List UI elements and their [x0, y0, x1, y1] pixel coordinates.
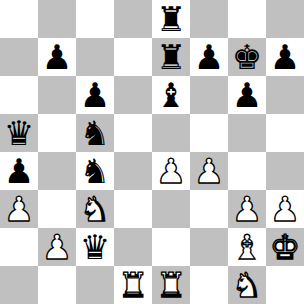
- black-knight-icon: ♞: [80, 152, 110, 190]
- white-pawn-icon: ♟: [4, 190, 34, 228]
- square-a4[interactable]: ♟: [0, 152, 38, 190]
- white-rook-icon: ♜: [156, 266, 186, 304]
- white-pawn-icon: ♟: [270, 190, 300, 228]
- square-d6[interactable]: [114, 76, 152, 114]
- black-knight-icon: ♞: [80, 114, 110, 152]
- square-a7[interactable]: [0, 38, 38, 76]
- square-b6[interactable]: [38, 76, 76, 114]
- black-pawn-icon: ♟: [80, 76, 110, 114]
- black-pawn-icon: ♟: [194, 38, 224, 76]
- square-h5[interactable]: [266, 114, 304, 152]
- square-d4[interactable]: [114, 152, 152, 190]
- black-king-icon: ♚: [232, 38, 262, 76]
- square-a5[interactable]: ♛: [0, 114, 38, 152]
- square-h4[interactable]: [266, 152, 304, 190]
- chess-board: ♜♟♜♟♚♟♟♝♟♛♞♟♞♟♟♟♞♟♟♟♛♝♚♜♜♞: [0, 0, 304, 304]
- square-c2[interactable]: ♛: [76, 228, 114, 266]
- square-f1[interactable]: [190, 266, 228, 304]
- square-f6[interactable]: [190, 76, 228, 114]
- square-e5[interactable]: [152, 114, 190, 152]
- square-g4[interactable]: [228, 152, 266, 190]
- square-g5[interactable]: [228, 114, 266, 152]
- black-bishop-icon: ♝: [156, 76, 186, 114]
- black-queen-icon: ♛: [4, 114, 34, 152]
- square-c7[interactable]: [76, 38, 114, 76]
- square-h3[interactable]: ♟: [266, 190, 304, 228]
- square-b3[interactable]: [38, 190, 76, 228]
- square-d8[interactable]: [114, 0, 152, 38]
- black-pawn-icon: ♟: [42, 38, 72, 76]
- square-a1[interactable]: [0, 266, 38, 304]
- square-e1[interactable]: ♜: [152, 266, 190, 304]
- square-f3[interactable]: [190, 190, 228, 228]
- square-b2[interactable]: ♟: [38, 228, 76, 266]
- black-rook-icon: ♜: [156, 0, 186, 38]
- square-d1[interactable]: ♜: [114, 266, 152, 304]
- white-bishop-icon: ♝: [232, 228, 262, 266]
- black-pawn-icon: ♟: [270, 38, 300, 76]
- square-f8[interactable]: [190, 0, 228, 38]
- white-king-icon: ♚: [270, 228, 300, 266]
- square-c4[interactable]: ♞: [76, 152, 114, 190]
- square-g3[interactable]: ♟: [228, 190, 266, 228]
- square-d2[interactable]: [114, 228, 152, 266]
- square-h2[interactable]: ♚: [266, 228, 304, 266]
- white-pawn-icon: ♟: [194, 152, 224, 190]
- square-g8[interactable]: [228, 0, 266, 38]
- square-f2[interactable]: [190, 228, 228, 266]
- square-g7[interactable]: ♚: [228, 38, 266, 76]
- square-d5[interactable]: [114, 114, 152, 152]
- square-b8[interactable]: [38, 0, 76, 38]
- white-knight-icon: ♞: [80, 190, 110, 228]
- square-g1[interactable]: ♞: [228, 266, 266, 304]
- square-h7[interactable]: ♟: [266, 38, 304, 76]
- square-b5[interactable]: [38, 114, 76, 152]
- square-b7[interactable]: ♟: [38, 38, 76, 76]
- square-e8[interactable]: ♜: [152, 0, 190, 38]
- square-g2[interactable]: ♝: [228, 228, 266, 266]
- white-knight-icon: ♞: [232, 266, 262, 304]
- square-a8[interactable]: [0, 0, 38, 38]
- square-a6[interactable]: [0, 76, 38, 114]
- black-pawn-icon: ♟: [232, 76, 262, 114]
- black-queen-icon: ♛: [80, 228, 110, 266]
- white-rook-icon: ♜: [118, 266, 148, 304]
- white-pawn-icon: ♟: [232, 190, 262, 228]
- black-pawn-icon: ♟: [4, 152, 34, 190]
- square-a3[interactable]: ♟: [0, 190, 38, 228]
- square-c1[interactable]: [76, 266, 114, 304]
- square-e3[interactable]: [152, 190, 190, 228]
- square-e7[interactable]: ♜: [152, 38, 190, 76]
- square-d3[interactable]: [114, 190, 152, 228]
- square-b4[interactable]: [38, 152, 76, 190]
- square-c8[interactable]: [76, 0, 114, 38]
- white-pawn-icon: ♟: [42, 228, 72, 266]
- square-f4[interactable]: ♟: [190, 152, 228, 190]
- square-d7[interactable]: [114, 38, 152, 76]
- black-rook-icon: ♜: [156, 38, 186, 76]
- square-e6[interactable]: ♝: [152, 76, 190, 114]
- square-c6[interactable]: ♟: [76, 76, 114, 114]
- square-f5[interactable]: [190, 114, 228, 152]
- square-h8[interactable]: [266, 0, 304, 38]
- square-c5[interactable]: ♞: [76, 114, 114, 152]
- square-h6[interactable]: [266, 76, 304, 114]
- square-g6[interactable]: ♟: [228, 76, 266, 114]
- square-a2[interactable]: [0, 228, 38, 266]
- square-c3[interactable]: ♞: [76, 190, 114, 228]
- white-pawn-icon: ♟: [156, 152, 186, 190]
- square-h1[interactable]: [266, 266, 304, 304]
- square-f7[interactable]: ♟: [190, 38, 228, 76]
- square-b1[interactable]: [38, 266, 76, 304]
- square-e2[interactable]: [152, 228, 190, 266]
- square-e4[interactable]: ♟: [152, 152, 190, 190]
